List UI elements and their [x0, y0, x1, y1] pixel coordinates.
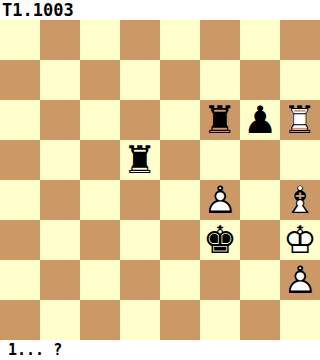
square-b5[interactable]	[40, 140, 80, 180]
white-rook: ♜♖	[280, 100, 320, 140]
square-h3[interactable]: ♚♔	[280, 220, 320, 260]
square-f8[interactable]	[200, 20, 240, 60]
square-a2[interactable]	[0, 260, 40, 300]
white-pawn: ♟♙	[200, 180, 240, 220]
square-g1[interactable]	[240, 300, 280, 340]
square-e5[interactable]	[160, 140, 200, 180]
square-c1[interactable]	[80, 300, 120, 340]
square-h7[interactable]	[280, 60, 320, 100]
white-pawn: ♟♙	[280, 260, 320, 300]
square-d5[interactable]: ♜	[120, 140, 160, 180]
square-h8[interactable]	[280, 20, 320, 60]
square-a1[interactable]	[0, 300, 40, 340]
square-d3[interactable]	[120, 220, 160, 260]
square-a7[interactable]	[0, 60, 40, 100]
square-a8[interactable]	[0, 20, 40, 60]
square-c5[interactable]	[80, 140, 120, 180]
square-f7[interactable]	[200, 60, 240, 100]
square-a6[interactable]	[0, 100, 40, 140]
square-g5[interactable]	[240, 140, 280, 180]
square-c2[interactable]	[80, 260, 120, 300]
square-g7[interactable]	[240, 60, 280, 100]
square-b7[interactable]	[40, 60, 80, 100]
square-e3[interactable]	[160, 220, 200, 260]
square-h4[interactable]: ♝♗	[280, 180, 320, 220]
square-b4[interactable]	[40, 180, 80, 220]
square-e4[interactable]	[160, 180, 200, 220]
square-b2[interactable]	[40, 260, 80, 300]
square-g2[interactable]	[240, 260, 280, 300]
square-h2[interactable]: ♟♙	[280, 260, 320, 300]
square-c8[interactable]	[80, 20, 120, 60]
move-prompt: 1... ?	[8, 340, 62, 360]
square-d2[interactable]	[120, 260, 160, 300]
square-h5[interactable]	[280, 140, 320, 180]
square-e8[interactable]	[160, 20, 200, 60]
square-d8[interactable]	[120, 20, 160, 60]
square-e6[interactable]	[160, 100, 200, 140]
white-king: ♚♔	[280, 220, 320, 260]
square-c4[interactable]	[80, 180, 120, 220]
square-a4[interactable]	[0, 180, 40, 220]
square-f2[interactable]	[200, 260, 240, 300]
square-f6[interactable]: ♜	[200, 100, 240, 140]
black-rook: ♜	[200, 100, 240, 140]
square-a5[interactable]	[0, 140, 40, 180]
square-d4[interactable]	[120, 180, 160, 220]
black-king: ♚	[200, 220, 240, 260]
square-b6[interactable]	[40, 100, 80, 140]
square-g4[interactable]	[240, 180, 280, 220]
square-f3[interactable]: ♚	[200, 220, 240, 260]
square-f4[interactable]: ♟♙	[200, 180, 240, 220]
square-b1[interactable]	[40, 300, 80, 340]
square-g6[interactable]: ♟	[240, 100, 280, 140]
square-c6[interactable]	[80, 100, 120, 140]
square-b8[interactable]	[40, 20, 80, 60]
square-d7[interactable]	[120, 60, 160, 100]
square-h6[interactable]: ♜♖	[280, 100, 320, 140]
square-d6[interactable]	[120, 100, 160, 140]
white-bishop: ♝♗	[280, 180, 320, 220]
square-g3[interactable]	[240, 220, 280, 260]
square-e1[interactable]	[160, 300, 200, 340]
square-g8[interactable]	[240, 20, 280, 60]
square-a3[interactable]	[0, 220, 40, 260]
square-e2[interactable]	[160, 260, 200, 300]
puzzle-title: T1.1003	[2, 0, 74, 20]
square-c7[interactable]	[80, 60, 120, 100]
square-f1[interactable]	[200, 300, 240, 340]
square-f5[interactable]	[200, 140, 240, 180]
square-c3[interactable]	[80, 220, 120, 260]
black-rook: ♜	[120, 140, 160, 180]
square-b3[interactable]	[40, 220, 80, 260]
chess-board: ♜♟♜♖♜♟♙♝♗♚♚♔♟♙	[0, 20, 320, 340]
square-e7[interactable]	[160, 60, 200, 100]
square-h1[interactable]	[280, 300, 320, 340]
black-pawn: ♟	[240, 100, 280, 140]
square-d1[interactable]	[120, 300, 160, 340]
